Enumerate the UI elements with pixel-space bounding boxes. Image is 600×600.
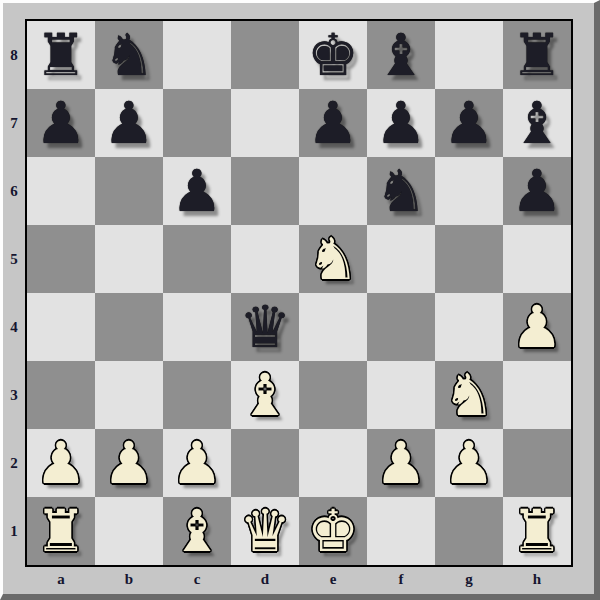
square-g4[interactable]: [435, 293, 503, 361]
square-f1[interactable]: [367, 497, 435, 565]
square-g7[interactable]: ♟: [435, 89, 503, 157]
piece-white-rook[interactable]: ♜: [503, 497, 571, 565]
square-c6[interactable]: ♟: [163, 157, 231, 225]
piece-black-bishop[interactable]: ♝: [503, 89, 571, 157]
file-label-f: f: [367, 567, 435, 591]
rank-labels: 87654321: [3, 21, 25, 565]
square-h2[interactable]: [503, 429, 571, 497]
square-g1[interactable]: [435, 497, 503, 565]
rank-label-4: 4: [3, 293, 25, 361]
square-b5[interactable]: [95, 225, 163, 293]
square-b6[interactable]: [95, 157, 163, 225]
square-b8[interactable]: ♞: [95, 21, 163, 89]
piece-black-pawn[interactable]: ♟: [299, 89, 367, 157]
piece-black-pawn[interactable]: ♟: [163, 157, 231, 225]
square-a4[interactable]: [27, 293, 95, 361]
square-d1[interactable]: ♛: [231, 497, 299, 565]
square-a1[interactable]: ♜: [27, 497, 95, 565]
square-e8[interactable]: ♚: [299, 21, 367, 89]
board-frame: 87654321 ♜♞♚♝♜♟♟♟♟♟♝♟♞♟♞♛♟♝♞♟♟♟♟♟♜♝♛♚♜ a…: [0, 0, 600, 600]
square-b2[interactable]: ♟: [95, 429, 163, 497]
square-d4[interactable]: ♛: [231, 293, 299, 361]
square-c2[interactable]: ♟: [163, 429, 231, 497]
square-g8[interactable]: [435, 21, 503, 89]
piece-white-rook[interactable]: ♜: [27, 497, 95, 565]
square-c1[interactable]: ♝: [163, 497, 231, 565]
piece-white-king[interactable]: ♚: [299, 497, 367, 565]
chess-board: ♜♞♚♝♜♟♟♟♟♟♝♟♞♟♞♛♟♝♞♟♟♟♟♟♜♝♛♚♜: [25, 19, 573, 567]
square-a6[interactable]: [27, 157, 95, 225]
square-c8[interactable]: [163, 21, 231, 89]
piece-white-knight[interactable]: ♞: [299, 225, 367, 293]
square-e2[interactable]: [299, 429, 367, 497]
square-a2[interactable]: ♟: [27, 429, 95, 497]
square-a3[interactable]: [27, 361, 95, 429]
square-c4[interactable]: [163, 293, 231, 361]
piece-white-pawn[interactable]: ♟: [435, 429, 503, 497]
square-f8[interactable]: ♝: [367, 21, 435, 89]
file-label-h: h: [503, 567, 571, 591]
file-label-a: a: [27, 567, 95, 591]
piece-black-knight[interactable]: ♞: [95, 21, 163, 89]
square-f3[interactable]: [367, 361, 435, 429]
square-c3[interactable]: [163, 361, 231, 429]
piece-black-pawn[interactable]: ♟: [27, 89, 95, 157]
piece-black-pawn[interactable]: ♟: [95, 89, 163, 157]
square-g6[interactable]: [435, 157, 503, 225]
square-h7[interactable]: ♝: [503, 89, 571, 157]
rank-label-6: 6: [3, 157, 25, 225]
piece-white-pawn[interactable]: ♟: [27, 429, 95, 497]
rank-label-5: 5: [3, 225, 25, 293]
square-f7[interactable]: ♟: [367, 89, 435, 157]
rank-label-2: 2: [3, 429, 25, 497]
rank-label-1: 1: [3, 497, 25, 565]
square-e5[interactable]: ♞: [299, 225, 367, 293]
square-d3[interactable]: ♝: [231, 361, 299, 429]
piece-black-bishop[interactable]: ♝: [367, 21, 435, 89]
square-g3[interactable]: ♞: [435, 361, 503, 429]
piece-white-queen[interactable]: ♛: [231, 497, 299, 565]
piece-black-king[interactable]: ♚: [299, 21, 367, 89]
piece-white-pawn[interactable]: ♟: [163, 429, 231, 497]
square-f6[interactable]: ♞: [367, 157, 435, 225]
square-f4[interactable]: [367, 293, 435, 361]
piece-white-pawn[interactable]: ♟: [95, 429, 163, 497]
square-h3[interactable]: [503, 361, 571, 429]
piece-white-knight[interactable]: ♞: [435, 361, 503, 429]
square-e6[interactable]: [299, 157, 367, 225]
square-f2[interactable]: ♟: [367, 429, 435, 497]
square-h8[interactable]: ♜: [503, 21, 571, 89]
square-h5[interactable]: [503, 225, 571, 293]
square-e3[interactable]: [299, 361, 367, 429]
square-a7[interactable]: ♟: [27, 89, 95, 157]
piece-black-rook[interactable]: ♜: [503, 21, 571, 89]
file-label-d: d: [231, 567, 299, 591]
rank-label-8: 8: [3, 21, 25, 89]
piece-black-pawn[interactable]: ♟: [367, 89, 435, 157]
square-d2[interactable]: [231, 429, 299, 497]
square-e7[interactable]: ♟: [299, 89, 367, 157]
file-label-g: g: [435, 567, 503, 591]
square-g5[interactable]: [435, 225, 503, 293]
square-b7[interactable]: ♟: [95, 89, 163, 157]
square-a5[interactable]: [27, 225, 95, 293]
square-h4[interactable]: ♟: [503, 293, 571, 361]
square-d8[interactable]: [231, 21, 299, 89]
file-label-b: b: [95, 567, 163, 591]
piece-white-bishop[interactable]: ♝: [231, 361, 299, 429]
piece-white-bishop[interactable]: ♝: [163, 497, 231, 565]
square-g2[interactable]: ♟: [435, 429, 503, 497]
square-h6[interactable]: ♟: [503, 157, 571, 225]
file-label-c: c: [163, 567, 231, 591]
piece-black-rook[interactable]: ♜: [27, 21, 95, 89]
square-c5[interactable]: [163, 225, 231, 293]
piece-white-pawn[interactable]: ♟: [503, 293, 571, 361]
square-f5[interactable]: [367, 225, 435, 293]
square-b4[interactable]: [95, 293, 163, 361]
square-b1[interactable]: [95, 497, 163, 565]
square-b3[interactable]: [95, 361, 163, 429]
rank-label-3: 3: [3, 361, 25, 429]
square-d6[interactable]: [231, 157, 299, 225]
piece-white-pawn[interactable]: ♟: [367, 429, 435, 497]
square-e1[interactable]: ♚: [299, 497, 367, 565]
square-e4[interactable]: [299, 293, 367, 361]
square-d5[interactable]: [231, 225, 299, 293]
file-label-e: e: [299, 567, 367, 591]
piece-black-knight[interactable]: ♞: [367, 157, 435, 225]
square-a8[interactable]: ♜: [27, 21, 95, 89]
square-h1[interactable]: ♜: [503, 497, 571, 565]
square-d7[interactable]: [231, 89, 299, 157]
piece-black-queen[interactable]: ♛: [231, 293, 299, 361]
piece-black-pawn[interactable]: ♟: [503, 157, 571, 225]
square-c7[interactable]: [163, 89, 231, 157]
piece-black-pawn[interactable]: ♟: [435, 89, 503, 157]
file-labels: abcdefgh: [27, 567, 571, 591]
rank-label-7: 7: [3, 89, 25, 157]
